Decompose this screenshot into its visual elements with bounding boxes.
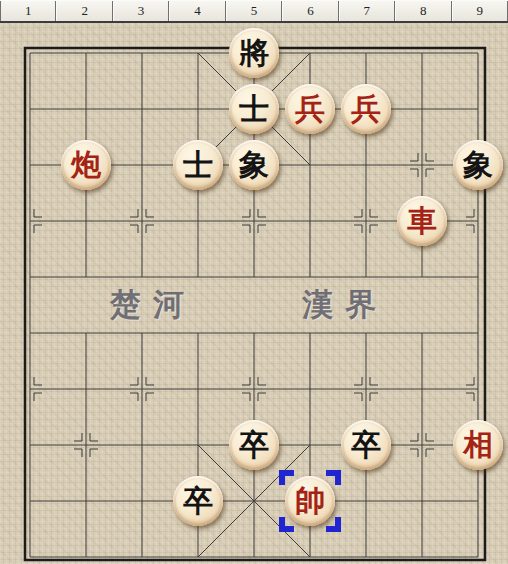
- river-label-han-jie: 漢界: [302, 284, 388, 326]
- black-soldier[interactable]: 卒: [173, 476, 223, 526]
- xiangqi-board[interactable]: 楚河 漢界 將士兵兵炮士象象車卒卒相卒帥: [0, 23, 508, 564]
- black-soldier[interactable]: 卒: [341, 420, 391, 470]
- red-soldier[interactable]: 兵: [341, 84, 391, 134]
- black-soldier[interactable]: 卒: [229, 420, 279, 470]
- red-cannon[interactable]: 炮: [61, 140, 111, 190]
- red-elephant[interactable]: 相: [453, 420, 503, 470]
- red-chariot[interactable]: 車: [397, 196, 447, 246]
- black-elephant[interactable]: 象: [453, 140, 503, 190]
- red-general[interactable]: 帥: [285, 476, 335, 526]
- black-elephant[interactable]: 象: [229, 140, 279, 190]
- black-advisor[interactable]: 士: [229, 84, 279, 134]
- river-label-chu-he: 楚河: [110, 284, 196, 326]
- red-soldier[interactable]: 兵: [285, 84, 335, 134]
- xiangqi-app-window: 1 2 3 4 5 6 7 8 9 楚河 漢界 將士兵兵炮士象象車卒卒相卒帥: [0, 0, 508, 564]
- black-general[interactable]: 將: [229, 28, 279, 78]
- black-advisor[interactable]: 士: [173, 140, 223, 190]
